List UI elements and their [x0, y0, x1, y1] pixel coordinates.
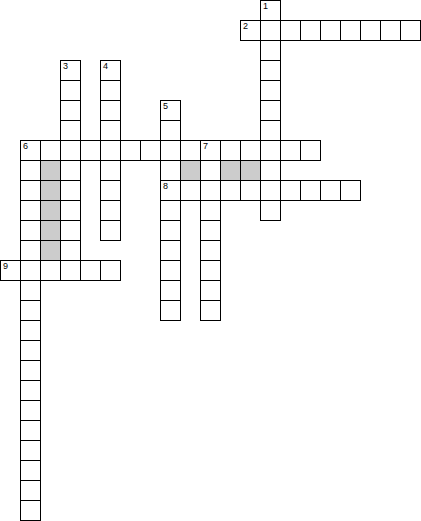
clue-number: 7 [203, 142, 208, 151]
grid-cell[interactable] [300, 140, 321, 161]
grid-cell[interactable] [20, 380, 41, 401]
grid-cell[interactable] [40, 140, 61, 161]
grid-cell[interactable] [20, 340, 41, 361]
clue-number: 2 [243, 22, 248, 31]
grid-cell[interactable] [20, 480, 41, 501]
grid-cell[interactable] [80, 140, 101, 161]
grid-cell[interactable] [260, 60, 281, 81]
grid-cell[interactable] [20, 260, 41, 281]
grid-cell[interactable] [260, 180, 281, 201]
grid-cell[interactable] [260, 200, 281, 221]
grid-cell[interactable] [260, 40, 281, 61]
grid-cell[interactable]: 7 [200, 140, 221, 161]
grid-cell[interactable] [320, 20, 341, 41]
grid-cell[interactable] [20, 360, 41, 381]
grid-cell[interactable] [20, 200, 41, 221]
grid-cell[interactable]: 3 [60, 60, 81, 81]
grid-cell[interactable] [200, 180, 221, 201]
grid-cell[interactable] [260, 100, 281, 121]
grid-cell[interactable] [260, 120, 281, 141]
grid-cell[interactable] [20, 220, 41, 241]
grid-cell[interactable] [60, 260, 81, 281]
grid-cell[interactable] [200, 300, 221, 321]
grid-cell[interactable] [60, 200, 81, 221]
grid-cell[interactable] [260, 20, 281, 41]
grid-cell[interactable] [160, 120, 181, 141]
grid-cell[interactable] [160, 280, 181, 301]
grid-cell[interactable] [180, 180, 201, 201]
grid-cell[interactable] [20, 420, 41, 441]
grid-cell[interactable] [380, 20, 401, 41]
grid-cell[interactable] [60, 140, 81, 161]
grid-cell[interactable] [20, 280, 41, 301]
grid-cell[interactable] [60, 80, 81, 101]
grid-cell[interactable] [200, 220, 221, 241]
grid-cell[interactable] [100, 100, 121, 121]
grid-cell[interactable] [40, 260, 61, 281]
grid-cell[interactable] [20, 300, 41, 321]
grid-cell[interactable] [280, 20, 301, 41]
grid-cell[interactable] [60, 220, 81, 241]
grid-cell[interactable] [280, 180, 301, 201]
clue-number: 3 [63, 62, 68, 71]
grid-cell[interactable] [160, 300, 181, 321]
grid-cell[interactable] [160, 240, 181, 261]
grid-cell[interactable] [160, 140, 181, 161]
grid-cell[interactable] [200, 260, 221, 281]
grid-cell[interactable] [100, 140, 121, 161]
grid-cell[interactable] [60, 240, 81, 261]
grid-cell[interactable] [60, 160, 81, 181]
grid-cell[interactable] [100, 260, 121, 281]
clue-number: 6 [23, 142, 28, 151]
shaded-cell[interactable] [240, 160, 261, 181]
grid-cell[interactable] [200, 240, 221, 261]
grid-cell[interactable] [200, 200, 221, 221]
grid-cell[interactable] [60, 100, 81, 121]
grid-cell[interactable] [160, 220, 181, 241]
clue-number: 1 [263, 2, 268, 11]
grid-cell[interactable] [120, 140, 141, 161]
grid-cell[interactable] [200, 280, 221, 301]
grid-cell[interactable] [160, 160, 181, 181]
grid-cell[interactable] [100, 220, 121, 241]
grid-cell[interactable] [20, 180, 41, 201]
grid-cell[interactable] [300, 180, 321, 201]
grid-cell[interactable] [80, 260, 101, 281]
clue-number: 9 [3, 262, 8, 271]
grid-cell[interactable] [20, 460, 41, 481]
grid-cell[interactable] [320, 180, 341, 201]
shaded-cell[interactable] [40, 160, 61, 181]
grid-cell[interactable] [240, 140, 261, 161]
grid-cell[interactable] [100, 80, 121, 101]
grid-cell[interactable] [60, 180, 81, 201]
grid-cell[interactable] [100, 200, 121, 221]
grid-cell[interactable] [60, 120, 81, 141]
grid-cell[interactable]: 8 [160, 180, 181, 201]
grid-cell[interactable] [20, 500, 41, 521]
grid-cell[interactable] [200, 160, 221, 181]
grid-cell[interactable] [280, 140, 301, 161]
grid-cell[interactable] [240, 180, 261, 201]
grid-cell[interactable] [260, 160, 281, 181]
grid-cell[interactable] [160, 200, 181, 221]
clue-number: 8 [163, 182, 168, 191]
grid-cell[interactable]: 5 [160, 100, 181, 121]
shaded-cell[interactable] [40, 220, 61, 241]
grid-cell[interactable]: 1 [260, 0, 281, 21]
crossword-grid: 123456789 [0, 0, 421, 521]
clue-number: 5 [163, 102, 168, 111]
grid-cell[interactable] [160, 260, 181, 281]
shaded-cell[interactable] [180, 160, 201, 181]
grid-cell[interactable]: 6 [20, 140, 41, 161]
clue-number: 4 [103, 62, 108, 71]
shaded-cell[interactable] [40, 200, 61, 221]
grid-cell[interactable] [20, 240, 41, 261]
shaded-cell[interactable] [40, 240, 61, 261]
grid-cell[interactable] [400, 20, 421, 41]
grid-cell[interactable] [220, 140, 241, 161]
grid-cell[interactable] [260, 140, 281, 161]
grid-cell[interactable] [140, 140, 161, 161]
grid-cell[interactable] [100, 160, 121, 181]
grid-cell[interactable]: 4 [100, 60, 121, 81]
grid-cell[interactable] [100, 180, 121, 201]
grid-cell[interactable] [20, 160, 41, 181]
grid-cell[interactable]: 2 [240, 20, 261, 41]
grid-cell[interactable] [20, 400, 41, 421]
shaded-cell[interactable] [40, 180, 61, 201]
grid-cell[interactable] [20, 440, 41, 461]
grid-cell[interactable] [260, 80, 281, 101]
shaded-cell[interactable] [220, 160, 241, 181]
grid-cell[interactable]: 9 [0, 260, 21, 281]
grid-cell[interactable] [180, 140, 201, 161]
grid-cell[interactable] [340, 20, 361, 41]
grid-cell[interactable] [100, 120, 121, 141]
grid-cell[interactable] [220, 180, 241, 201]
grid-cell[interactable] [360, 20, 381, 41]
grid-cell[interactable] [340, 180, 361, 201]
grid-cell[interactable] [300, 20, 321, 41]
grid-cell[interactable] [20, 320, 41, 341]
